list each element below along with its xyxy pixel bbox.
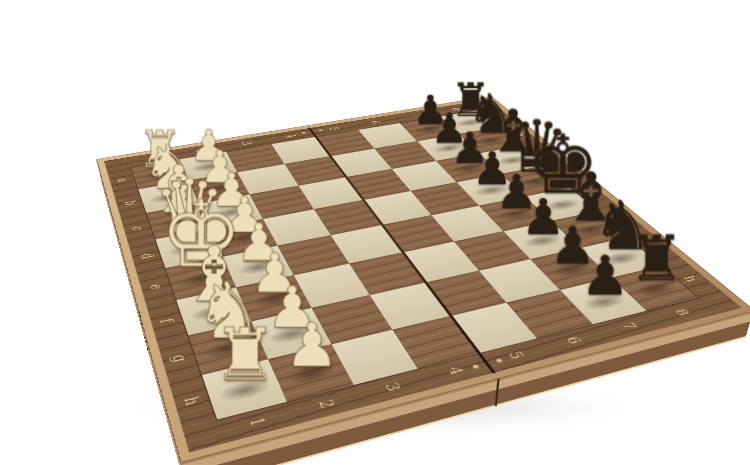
box-halves-seam (495, 377, 500, 406)
hinge-screw-icon (301, 131, 306, 133)
piece-black-rook[interactable]: ♜ (629, 227, 685, 289)
hinge-screw-icon (318, 129, 323, 131)
square-f6[interactable] (454, 231, 530, 270)
piece-white-rook[interactable]: ♜ (213, 318, 278, 391)
chess-board: ♜♟♟♜♞♟♟♞♝♟♟♝♛♟♟♛♚♟♟♚♝♟♟♝♞♟♟♞♜♟♟♜ abcdefg… (97, 96, 750, 461)
square-e4[interactable] (331, 225, 403, 264)
scene-viewport: ♜♟♟♜♞♟♟♞♝♟♟♝♛♟♟♛♚♟♟♚♝♟♟♝♞♟♟♞♜♟♟♜ abcdefg… (0, 0, 750, 465)
piece-white-pawn[interactable]: ♟ (285, 314, 340, 375)
piece-black-pawn[interactable]: ♟ (581, 248, 630, 303)
chess-set-photo: ♜♟♟♜♞♟♟♞♝♟♟♝♛♟♟♛♚♟♟♚♝♟♟♝♞♟♟♞♜♟♟♜ abcdefg… (0, 0, 750, 465)
